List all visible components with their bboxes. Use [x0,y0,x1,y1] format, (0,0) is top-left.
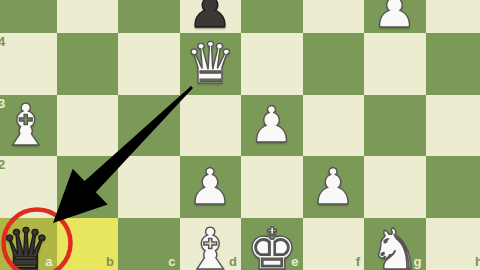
square-d5[interactable]: ♟ [180,0,242,33]
square-g4[interactable] [364,33,426,95]
square-b3[interactable] [57,95,119,157]
square-f2[interactable]: ♟ [303,156,365,218]
white-pawn-e3[interactable]: ♟ [249,100,294,150]
square-g2[interactable] [364,156,426,218]
board-viewport: ♟♟4♛3♝♟2♟♟a♛bcd♝e♚fg♞h [0,0,480,270]
square-d2[interactable]: ♟ [180,156,242,218]
square-h5[interactable] [426,0,480,33]
black-queen-a1[interactable]: ♛ [0,221,51,270]
rank-label-4: 4 [0,34,5,49]
square-e3[interactable]: ♟ [241,95,303,157]
white-bishop-d1[interactable]: ♝ [185,221,236,270]
square-a1[interactable]: a♛ [0,218,57,270]
white-bishop-a3[interactable]: ♝ [0,97,51,154]
square-c5[interactable] [118,0,180,33]
square-e5[interactable] [241,0,303,33]
square-d4[interactable]: ♛ [180,33,242,95]
square-e1[interactable]: e♚ [241,218,303,270]
file-label-c: c [168,254,175,269]
square-b1[interactable]: b [57,218,119,270]
square-d1[interactable]: d♝ [180,218,242,270]
white-knight-g1[interactable]: ♞ [369,221,420,270]
white-king-e1[interactable]: ♚ [246,221,297,270]
square-g1[interactable]: g♞ [364,218,426,270]
square-f4[interactable] [303,33,365,95]
square-f5[interactable] [303,0,365,33]
white-pawn-f2[interactable]: ♟ [311,162,356,212]
file-label-f: f [356,254,360,269]
white-pawn-g5[interactable]: ♟ [372,0,417,35]
square-d3[interactable] [180,95,242,157]
chess-board: ♟♟4♛3♝♟2♟♟a♛bcd♝e♚fg♞h [0,0,480,270]
square-f1[interactable]: f [303,218,365,270]
file-label-b: b [106,254,114,269]
square-c2[interactable] [118,156,180,218]
file-label-h: h [475,254,480,269]
square-h4[interactable] [426,33,480,95]
square-a5[interactable] [0,0,57,33]
square-a3[interactable]: 3♝ [0,95,57,157]
square-a4[interactable]: 4 [0,33,57,95]
square-b2[interactable] [57,156,119,218]
square-g5[interactable]: ♟ [364,0,426,33]
white-queen-d4[interactable]: ♛ [185,35,236,92]
square-c1[interactable]: c [118,218,180,270]
square-c3[interactable] [118,95,180,157]
square-f3[interactable] [303,95,365,157]
rank-label-2: 2 [0,157,5,172]
square-b4[interactable] [57,33,119,95]
square-a2[interactable]: 2 [0,156,57,218]
square-g3[interactable] [364,95,426,157]
square-e2[interactable] [241,156,303,218]
square-c4[interactable] [118,33,180,95]
square-h2[interactable] [426,156,480,218]
white-pawn-d2[interactable]: ♟ [188,162,233,212]
square-e4[interactable] [241,33,303,95]
square-h3[interactable] [426,95,480,157]
square-h1[interactable]: h [426,218,480,270]
square-b5[interactable] [57,0,119,33]
